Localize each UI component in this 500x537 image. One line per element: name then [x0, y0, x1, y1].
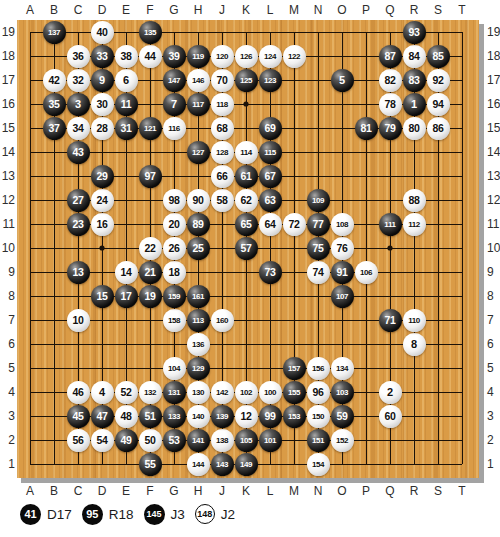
row-label-left-9: 9: [0, 265, 15, 279]
stone-K10: 57: [235, 237, 258, 260]
col-label-bottom-P: P: [362, 484, 370, 498]
stone-C12: 27: [67, 189, 90, 212]
row-label-left-1: 1: [0, 457, 15, 471]
col-label-bottom-Q: Q: [385, 484, 394, 498]
stone-F8: 19: [139, 285, 162, 308]
stone-Q18: 87: [379, 45, 402, 68]
col-label-bottom-H: H: [194, 484, 203, 498]
stone-K18: 126: [235, 45, 258, 68]
stone-H7: 113: [187, 309, 210, 332]
stone-H5: 129: [187, 357, 210, 380]
stone-H1: 144: [187, 453, 210, 476]
stone-H3: 140: [187, 405, 210, 428]
stone-O5: 134: [331, 357, 354, 380]
stone-O11: 108: [331, 213, 354, 236]
stone-D19: 40: [91, 21, 114, 44]
stone-K4: 102: [235, 381, 258, 404]
stone-N3: 150: [307, 405, 330, 428]
stone-Q4: 2: [379, 381, 402, 404]
row-label-left-4: 4: [0, 385, 15, 399]
col-label-bottom-L: L: [267, 484, 274, 498]
col-label-bottom-C: C: [74, 484, 83, 498]
caption-point-148: J2: [221, 507, 235, 522]
stone-F15: 121: [139, 117, 162, 140]
stone-N11: 77: [307, 213, 330, 236]
stone-K2: 105: [235, 429, 258, 452]
stone-L18: 124: [259, 45, 282, 68]
stone-C14: 43: [67, 141, 90, 164]
row-label-left-5: 5: [0, 361, 15, 375]
col-label-top-D: D: [98, 3, 107, 17]
col-label-top-G: G: [169, 3, 178, 17]
stone-K13: 61: [235, 165, 258, 188]
stone-R7: 110: [403, 309, 426, 332]
col-label-bottom-E: E: [122, 484, 130, 498]
row-label-left-14: 14: [0, 145, 15, 159]
stone-R11: 112: [403, 213, 426, 236]
stone-R19: 93: [403, 21, 426, 44]
stone-Q16: 78: [379, 93, 402, 116]
stone-E4: 52: [115, 381, 138, 404]
stone-H12: 90: [187, 189, 210, 212]
stone-G15: 116: [163, 117, 186, 140]
stone-G3: 133: [163, 405, 186, 428]
row-label-left-19: 19: [0, 25, 15, 39]
stone-G11: 20: [163, 213, 186, 236]
stone-H18: 119: [187, 45, 210, 68]
stone-E16: 11: [115, 93, 138, 116]
stone-S18: 85: [427, 45, 450, 68]
row-label-left-12: 12: [0, 193, 15, 207]
row-label-right-19: 19: [487, 25, 500, 39]
stone-M5: 157: [283, 357, 306, 380]
row-label-left-16: 16: [0, 97, 15, 111]
col-label-top-A: A: [26, 3, 34, 17]
stone-F2: 50: [139, 429, 162, 452]
stone-M3: 153: [283, 405, 306, 428]
stone-H16: 117: [187, 93, 210, 116]
row-label-right-7: 7: [487, 313, 500, 327]
stone-H14: 127: [187, 141, 210, 164]
caption-stone-95: 95: [82, 504, 103, 525]
stone-F3: 51: [139, 405, 162, 428]
star-point-Q10: [387, 245, 392, 250]
col-label-top-J: J: [219, 3, 225, 17]
stone-H6: 136: [187, 333, 210, 356]
stone-E8: 17: [115, 285, 138, 308]
col-label-bottom-R: R: [410, 484, 419, 498]
stone-E17: 6: [115, 69, 138, 92]
stone-R6: 8: [403, 333, 426, 356]
col-label-bottom-M: M: [289, 484, 299, 498]
caption-point-41: D17: [47, 507, 72, 522]
col-label-top-T: T: [458, 3, 465, 17]
row-label-right-1: 1: [487, 457, 500, 471]
row-label-left-2: 2: [0, 433, 15, 447]
stone-D17: 9: [91, 69, 114, 92]
row-label-right-12: 12: [487, 193, 500, 207]
row-label-right-16: 16: [487, 97, 500, 111]
col-label-top-H: H: [194, 3, 203, 17]
row-label-right-14: 14: [487, 145, 500, 159]
stone-H10: 25: [187, 237, 210, 260]
stone-H2: 141: [187, 429, 210, 452]
stone-G12: 98: [163, 189, 186, 212]
row-label-right-9: 9: [487, 265, 500, 279]
stone-N9: 74: [307, 261, 330, 284]
row-label-left-8: 8: [0, 289, 15, 303]
stone-Q15: 79: [379, 117, 402, 140]
stone-Q11: 111: [379, 213, 402, 236]
stone-Q3: 60: [379, 405, 402, 428]
row-label-left-7: 7: [0, 313, 15, 327]
stone-F10: 22: [139, 237, 162, 260]
col-label-bottom-G: G: [169, 484, 178, 498]
stone-N12: 109: [307, 189, 330, 212]
stone-G9: 18: [163, 261, 186, 284]
row-label-left-15: 15: [0, 121, 15, 135]
stone-R15: 80: [403, 117, 426, 140]
stone-B15: 37: [43, 117, 66, 140]
stone-J14: 128: [211, 141, 234, 164]
stone-F9: 21: [139, 261, 162, 284]
stone-O10: 76: [331, 237, 354, 260]
col-label-top-B: B: [50, 3, 58, 17]
stone-F1: 55: [139, 453, 162, 476]
stone-O9: 91: [331, 261, 354, 284]
stone-D16: 30: [91, 93, 114, 116]
stone-J4: 142: [211, 381, 234, 404]
stone-R18: 84: [403, 45, 426, 68]
row-label-right-10: 10: [487, 241, 500, 255]
row-label-right-18: 18: [487, 49, 500, 63]
stone-J13: 66: [211, 165, 234, 188]
stone-N5: 156: [307, 357, 330, 380]
stone-J3: 139: [211, 405, 234, 428]
stone-L15: 69: [259, 117, 282, 140]
stone-G5: 104: [163, 357, 186, 380]
stone-D3: 47: [91, 405, 114, 428]
stone-L11: 64: [259, 213, 282, 236]
stone-H8: 161: [187, 285, 210, 308]
caption-stone-148: 148: [195, 504, 215, 524]
stone-E2: 49: [115, 429, 138, 452]
row-label-right-13: 13: [487, 169, 500, 183]
col-label-bottom-F: F: [146, 484, 153, 498]
stone-O4: 103: [331, 381, 354, 404]
stone-B19: 137: [43, 21, 66, 44]
stone-L4: 100: [259, 381, 282, 404]
stone-D13: 29: [91, 165, 114, 188]
stone-L9: 73: [259, 261, 282, 284]
stone-C9: 13: [67, 261, 90, 284]
col-label-bottom-J: J: [219, 484, 225, 498]
stone-O8: 107: [331, 285, 354, 308]
stone-L2: 101: [259, 429, 282, 452]
stone-Q17: 82: [379, 69, 402, 92]
col-label-top-K: K: [242, 3, 250, 17]
caption-point-95: R18: [109, 507, 134, 522]
stone-C18: 36: [67, 45, 90, 68]
col-label-top-O: O: [337, 3, 346, 17]
stone-F4: 132: [139, 381, 162, 404]
stone-D15: 28: [91, 117, 114, 140]
board-shadow-bottom: [21, 478, 484, 483]
col-label-bottom-O: O: [337, 484, 346, 498]
row-label-left-17: 17: [0, 73, 15, 87]
stone-C16: 3: [67, 93, 90, 116]
stone-B16: 35: [43, 93, 66, 116]
stone-L3: 99: [259, 405, 282, 428]
row-label-right-4: 4: [487, 385, 500, 399]
col-label-bottom-B: B: [50, 484, 58, 498]
col-label-top-Q: Q: [385, 3, 394, 17]
col-label-top-L: L: [267, 3, 274, 17]
col-label-top-P: P: [362, 3, 370, 17]
row-label-right-8: 8: [487, 289, 500, 303]
stone-S15: 86: [427, 117, 450, 140]
stone-G8: 159: [163, 285, 186, 308]
row-label-right-11: 11: [487, 217, 500, 231]
row-label-right-5: 5: [487, 361, 500, 375]
stone-D18: 33: [91, 45, 114, 68]
stone-H17: 146: [187, 69, 210, 92]
stone-P15: 81: [355, 117, 378, 140]
stone-J15: 68: [211, 117, 234, 140]
stone-G18: 39: [163, 45, 186, 68]
stone-C17: 32: [67, 69, 90, 92]
caption-stone-145: 145: [144, 504, 165, 525]
col-label-top-S: S: [434, 3, 442, 17]
stone-G2: 53: [163, 429, 186, 452]
stone-K14: 114: [235, 141, 258, 164]
stone-K11: 65: [235, 213, 258, 236]
stone-P9: 106: [355, 261, 378, 284]
row-label-right-2: 2: [487, 433, 500, 447]
stone-F13: 97: [139, 165, 162, 188]
stone-F19: 135: [139, 21, 162, 44]
stone-K17: 125: [235, 69, 258, 92]
stone-F18: 44: [139, 45, 162, 68]
row-label-left-13: 13: [0, 169, 15, 183]
col-label-bottom-N: N: [314, 484, 323, 498]
stone-J18: 120: [211, 45, 234, 68]
stone-M11: 72: [283, 213, 306, 236]
col-label-top-C: C: [74, 3, 83, 17]
star-point-K16: [243, 101, 248, 106]
stone-L14: 115: [259, 141, 282, 164]
caption-point-145: J3: [171, 507, 185, 522]
stone-E18: 38: [115, 45, 138, 68]
board-shadow-right: [479, 24, 484, 483]
stone-J1: 143: [211, 453, 234, 476]
stone-L13: 67: [259, 165, 282, 188]
col-label-top-E: E: [122, 3, 130, 17]
col-label-top-N: N: [314, 3, 323, 17]
col-label-top-M: M: [289, 3, 299, 17]
stone-L12: 63: [259, 189, 282, 212]
stone-K3: 12: [235, 405, 258, 428]
col-label-top-F: F: [146, 3, 153, 17]
stone-J12: 58: [211, 189, 234, 212]
stone-K12: 62: [235, 189, 258, 212]
row-label-left-11: 11: [0, 217, 15, 231]
stone-J2: 138: [211, 429, 234, 452]
row-label-left-3: 3: [0, 409, 15, 423]
stone-O17: 5: [331, 69, 354, 92]
stone-M4: 155: [283, 381, 306, 404]
stone-O3: 59: [331, 405, 354, 428]
stone-C4: 46: [67, 381, 90, 404]
stone-R17: 83: [403, 69, 426, 92]
stone-J7: 160: [211, 309, 234, 332]
stone-R16: 1: [403, 93, 426, 116]
row-label-left-6: 6: [0, 337, 15, 351]
col-label-bottom-S: S: [434, 484, 442, 498]
stone-C15: 34: [67, 117, 90, 140]
stone-M18: 122: [283, 45, 306, 68]
stone-N10: 75: [307, 237, 330, 260]
row-label-left-10: 10: [0, 241, 15, 255]
stone-G4: 131: [163, 381, 186, 404]
stone-J16: 118: [211, 93, 234, 116]
stone-N4: 96: [307, 381, 330, 404]
stone-O2: 152: [331, 429, 354, 452]
row-label-right-15: 15: [487, 121, 500, 135]
stone-H4: 130: [187, 381, 210, 404]
col-label-bottom-K: K: [242, 484, 250, 498]
col-label-bottom-D: D: [98, 484, 107, 498]
stone-D2: 54: [91, 429, 114, 452]
row-label-right-6: 6: [487, 337, 500, 351]
stone-R12: 88: [403, 189, 426, 212]
go-diagram: ABCDEFGHJKLMNOPQRST 19181716151413121110…: [0, 0, 500, 537]
stone-D11: 16: [91, 213, 114, 236]
stone-L17: 123: [259, 69, 282, 92]
stone-D8: 15: [91, 285, 114, 308]
stone-G10: 26: [163, 237, 186, 260]
stone-K1: 149: [235, 453, 258, 476]
col-label-top-R: R: [410, 3, 419, 17]
go-board: 1234567891011121314151617181920212223242…: [17, 20, 479, 478]
stone-C3: 45: [67, 405, 90, 428]
stone-H11: 89: [187, 213, 210, 236]
stone-C2: 56: [67, 429, 90, 452]
move-caption: 41D1795R18145J3148J2: [20, 501, 239, 527]
stone-N2: 151: [307, 429, 330, 452]
stone-C11: 23: [67, 213, 90, 236]
row-label-right-17: 17: [487, 73, 500, 87]
stone-G7: 158: [163, 309, 186, 332]
stone-N1: 154: [307, 453, 330, 476]
caption-stone-41: 41: [20, 504, 41, 525]
stone-E9: 14: [115, 261, 138, 284]
stone-G16: 7: [163, 93, 186, 116]
stone-Q7: 71: [379, 309, 402, 332]
col-label-bottom-A: A: [26, 484, 34, 498]
stone-C7: 10: [67, 309, 90, 332]
row-label-right-3: 3: [487, 409, 500, 423]
star-point-D10: [99, 245, 104, 250]
col-label-bottom-T: T: [458, 484, 465, 498]
stone-G17: 147: [163, 69, 186, 92]
row-label-left-18: 18: [0, 49, 15, 63]
stone-B17: 42: [43, 69, 66, 92]
stone-S16: 94: [427, 93, 450, 116]
stone-E15: 31: [115, 117, 138, 140]
stone-E3: 48: [115, 405, 138, 428]
stone-S17: 92: [427, 69, 450, 92]
stone-D12: 24: [91, 189, 114, 212]
stone-J17: 70: [211, 69, 234, 92]
stone-D4: 4: [91, 381, 114, 404]
